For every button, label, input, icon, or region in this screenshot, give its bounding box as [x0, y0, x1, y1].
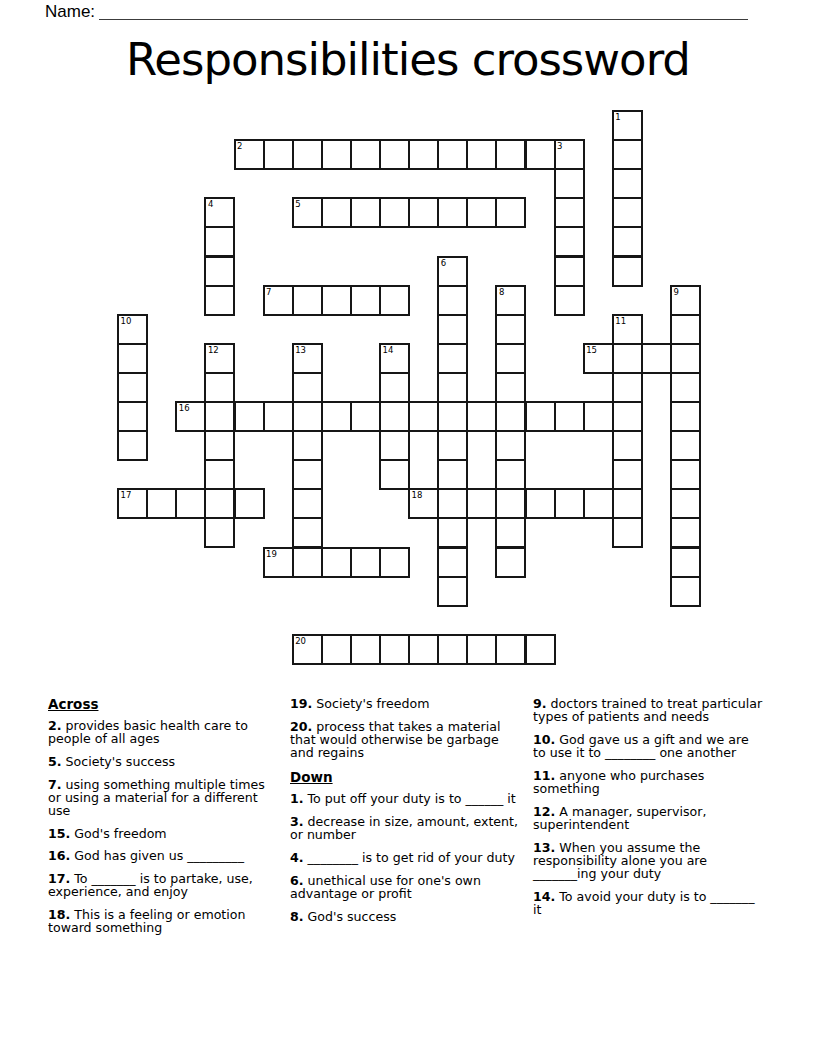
grid-cell[interactable]	[495, 139, 526, 170]
clue-across-5: 5. Society's success	[48, 755, 280, 768]
grid-cell[interactable]	[408, 139, 439, 170]
grid-cell[interactable]: 14	[379, 343, 410, 374]
grid-cell[interactable]	[321, 197, 352, 228]
clue-down-9: 9. doctors trained to treat particular t…	[533, 697, 765, 723]
grid-cell[interactable]	[670, 576, 701, 607]
grid-cell[interactable]: 17	[117, 488, 148, 519]
grid-cell[interactable]	[437, 285, 468, 316]
clue-number-label: 17	[121, 490, 132, 500]
clue-across-16: 16. God has given us _________	[48, 849, 280, 862]
grid-cell[interactable]	[554, 488, 585, 519]
grid-cell[interactable]	[263, 401, 294, 432]
grid-cell[interactable]	[263, 139, 294, 170]
grid-cell[interactable]	[117, 401, 148, 432]
grid-cell[interactable]	[670, 488, 701, 519]
grid-cell[interactable]	[612, 197, 643, 228]
grid-cell[interactable]	[670, 401, 701, 432]
grid-cell[interactable]	[495, 634, 526, 665]
grid-cell[interactable]	[670, 372, 701, 403]
clue-number-label: 6	[441, 258, 446, 268]
grid-cell[interactable]	[495, 372, 526, 403]
clue-down-10: 10. God gave us a gift and we are to use…	[533, 733, 765, 759]
clue-down-3: 3. decrease in size, amount, extent, or …	[290, 815, 522, 841]
grid-cell[interactable]	[437, 139, 468, 170]
grid-cell[interactable]	[554, 285, 585, 316]
clue-down-8: 8. God's success	[290, 910, 522, 923]
grid-cell[interactable]	[321, 139, 352, 170]
grid-cell[interactable]: 13	[292, 343, 323, 374]
grid-cell[interactable]: 7	[263, 285, 294, 316]
grid-cell[interactable]	[350, 401, 381, 432]
grid-cell[interactable]: 19	[263, 547, 294, 578]
grid-cell[interactable]	[612, 459, 643, 490]
grid-cell[interactable]	[437, 343, 468, 374]
grid-cell[interactable]	[204, 401, 235, 432]
grid-cell[interactable]	[204, 256, 235, 287]
grid-cell[interactable]	[204, 488, 235, 519]
grid-cell[interactable]	[204, 226, 235, 257]
grid-cell[interactable]	[292, 517, 323, 548]
clue-number-label: 5	[295, 199, 300, 209]
clue-down-14: 14. To avoid your duty is to _______ it	[533, 890, 765, 916]
grid-cell[interactable]	[204, 372, 235, 403]
grid-cell[interactable]	[379, 401, 410, 432]
grid-cell[interactable]	[670, 517, 701, 548]
clue-across-18: 18. This is a feeling or emotion toward …	[48, 908, 280, 934]
crossword-grid: 1234567891011121314151617181920	[0, 0, 816, 700]
clue-number-label: 12	[208, 345, 219, 355]
grid-cell[interactable]	[612, 256, 643, 287]
grid-cell[interactable]	[612, 488, 643, 519]
grid-cell[interactable]	[437, 197, 468, 228]
grid-cell[interactable]	[321, 285, 352, 316]
grid-cell[interactable]	[612, 226, 643, 257]
grid-cell[interactable]	[437, 634, 468, 665]
grid-cell[interactable]: 18	[408, 488, 439, 519]
grid-cell[interactable]	[466, 401, 497, 432]
grid-cell[interactable]	[525, 139, 556, 170]
grid-cell[interactable]: 8	[495, 285, 526, 316]
grid-cell[interactable]	[379, 459, 410, 490]
clue-number-label: 14	[383, 345, 394, 355]
grid-cell[interactable]	[292, 285, 323, 316]
clue-number-label: 20	[295, 636, 306, 646]
grid-cell[interactable]	[670, 430, 701, 461]
grid-cell[interactable]	[292, 401, 323, 432]
clue-down-4: 4. ________ is to get rid of your duty	[290, 851, 522, 864]
grid-cell[interactable]	[670, 459, 701, 490]
grid-cell[interactable]	[554, 168, 585, 199]
grid-cell[interactable]	[495, 430, 526, 461]
grid-cell[interactable]: 2	[234, 139, 265, 170]
grid-cell[interactable]	[350, 285, 381, 316]
grid-cell[interactable]	[408, 401, 439, 432]
grid-cell[interactable]: 5	[292, 197, 323, 228]
grid-cell[interactable]	[495, 517, 526, 548]
clue-down-6: 6. unethical use for one's own advantage…	[290, 874, 522, 900]
grid-cell[interactable]	[292, 547, 323, 578]
clue-number-label: 10	[121, 316, 132, 326]
grid-cell[interactable]	[234, 401, 265, 432]
grid-cell[interactable]	[350, 634, 381, 665]
grid-cell[interactable]	[437, 488, 468, 519]
grid-cell[interactable]	[495, 547, 526, 578]
grid-cell[interactable]	[670, 343, 701, 374]
grid-cell[interactable]	[350, 547, 381, 578]
grid-cell[interactable]	[321, 401, 352, 432]
grid-cell[interactable]: 16	[175, 401, 206, 432]
grid-cell[interactable]	[612, 517, 643, 548]
grid-cell[interactable]	[437, 576, 468, 607]
grid-cell[interactable]	[379, 139, 410, 170]
clue-across-17: 17. To _______ is to partake, use, exper…	[48, 872, 280, 898]
clue-number-label: 2	[237, 141, 242, 151]
clue-number-label: 11	[615, 316, 626, 326]
clue-column-2: 19. Society's freedom20. process that ta…	[290, 697, 522, 932]
grid-cell[interactable]	[408, 197, 439, 228]
grid-cell[interactable]: 20	[292, 634, 323, 665]
grid-cell[interactable]	[292, 372, 323, 403]
worksheet-page: Name: Responsibilities crossword 1234567…	[0, 0, 816, 1056]
grid-cell[interactable]	[583, 401, 614, 432]
grid-cell[interactable]	[379, 634, 410, 665]
down-header: Down	[290, 770, 522, 784]
grid-cell[interactable]	[379, 197, 410, 228]
grid-cell[interactable]	[612, 139, 643, 170]
grid-cell[interactable]	[204, 430, 235, 461]
clue-number-label: 16	[179, 403, 190, 413]
grid-cell[interactable]: 11	[612, 314, 643, 345]
grid-cell[interactable]	[379, 547, 410, 578]
clue-across-7: 7. using something multiple times or usi…	[48, 778, 280, 818]
grid-cell[interactable]	[146, 488, 177, 519]
grid-cell[interactable]	[495, 459, 526, 490]
grid-cell[interactable]: 15	[583, 343, 614, 374]
grid-cell[interactable]	[379, 285, 410, 316]
grid-cell[interactable]	[583, 488, 614, 519]
grid-cell[interactable]	[292, 139, 323, 170]
grid-cell[interactable]	[495, 488, 526, 519]
clue-number-label: 4	[208, 199, 213, 209]
grid-cell[interactable]	[292, 488, 323, 519]
grid-cell[interactable]: 6	[437, 256, 468, 287]
grid-cell[interactable]: 1	[612, 110, 643, 141]
grid-cell[interactable]	[117, 372, 148, 403]
grid-cell[interactable]: 4	[204, 197, 235, 228]
grid-cell[interactable]	[379, 372, 410, 403]
grid-cell[interactable]	[437, 430, 468, 461]
clue-column-1: Across2. provides basic health care to p…	[48, 697, 280, 944]
grid-cell[interactable]	[554, 226, 585, 257]
grid-cell[interactable]	[525, 634, 556, 665]
grid-cell[interactable]: 12	[204, 343, 235, 374]
grid-cell[interactable]	[408, 634, 439, 665]
grid-cell[interactable]	[670, 314, 701, 345]
grid-cell[interactable]	[554, 401, 585, 432]
grid-cell[interactable]	[612, 430, 643, 461]
grid-cell[interactable]	[379, 430, 410, 461]
clue-number-label: 3	[557, 141, 562, 151]
grid-cell[interactable]	[350, 139, 381, 170]
grid-cell[interactable]	[437, 372, 468, 403]
clue-number-label: 8	[499, 287, 504, 297]
grid-cell[interactable]	[437, 401, 468, 432]
grid-cell[interactable]: 9	[670, 285, 701, 316]
grid-cell[interactable]	[321, 547, 352, 578]
grid-cell[interactable]	[612, 343, 643, 374]
grid-cell[interactable]	[466, 634, 497, 665]
grid-cell[interactable]	[466, 139, 497, 170]
grid-cell[interactable]	[554, 197, 585, 228]
grid-cell[interactable]: 10	[117, 314, 148, 345]
grid-cell[interactable]	[204, 459, 235, 490]
grid-cell[interactable]	[117, 430, 148, 461]
grid-cell[interactable]	[466, 197, 497, 228]
clue-down-11: 11. anyone who purchases something	[533, 769, 765, 795]
grid-cell[interactable]	[641, 343, 672, 374]
grid-cell[interactable]	[437, 459, 468, 490]
clue-down-13: 13. When you assume the responsibility a…	[533, 841, 765, 881]
clue-number-label: 19	[266, 549, 277, 559]
grid-cell[interactable]	[292, 430, 323, 461]
clue-number-label: 7	[266, 287, 271, 297]
grid-cell[interactable]	[466, 488, 497, 519]
grid-cell[interactable]	[495, 401, 526, 432]
grid-cell[interactable]	[292, 459, 323, 490]
clue-down-12: 12. A manager, supervisor, superintenden…	[533, 805, 765, 831]
clue-across-19: 19. Society's freedom	[290, 697, 522, 710]
clue-number-label: 15	[586, 345, 597, 355]
grid-cell[interactable]	[204, 285, 235, 316]
grid-cell[interactable]	[321, 634, 352, 665]
grid-cell[interactable]	[495, 343, 526, 374]
across-header: Across	[48, 697, 280, 711]
clue-across-15: 15. God's freedom	[48, 827, 280, 840]
grid-cell[interactable]	[495, 314, 526, 345]
grid-cell[interactable]	[525, 488, 556, 519]
clue-number-label: 13	[295, 345, 306, 355]
grid-cell[interactable]	[175, 488, 206, 519]
grid-cell[interactable]	[437, 547, 468, 578]
clue-number-label: 1	[615, 112, 620, 122]
clue-down-1: 1. To put off your duty is to ______ it	[290, 792, 522, 805]
grid-cell[interactable]	[525, 401, 556, 432]
grid-cell[interactable]: 3	[554, 139, 585, 170]
clue-column-3: 9. doctors trained to treat particular t…	[533, 697, 765, 926]
grid-cell[interactable]	[117, 343, 148, 374]
grid-cell[interactable]	[204, 517, 235, 548]
clue-across-20: 20. process that takes a material that w…	[290, 720, 522, 760]
clue-across-2: 2. provides basic health care to people …	[48, 719, 280, 745]
grid-cell[interactable]	[437, 314, 468, 345]
grid-cell[interactable]	[554, 256, 585, 287]
clue-number-label: 9	[674, 287, 679, 297]
grid-cell[interactable]	[350, 197, 381, 228]
grid-cell[interactable]	[437, 517, 468, 548]
grid-cell[interactable]	[612, 401, 643, 432]
grid-cell[interactable]	[234, 488, 265, 519]
grid-cell[interactable]	[670, 547, 701, 578]
grid-cell[interactable]	[612, 168, 643, 199]
grid-cell[interactable]	[495, 197, 526, 228]
grid-cell[interactable]	[612, 372, 643, 403]
clue-number-label: 18	[412, 490, 423, 500]
